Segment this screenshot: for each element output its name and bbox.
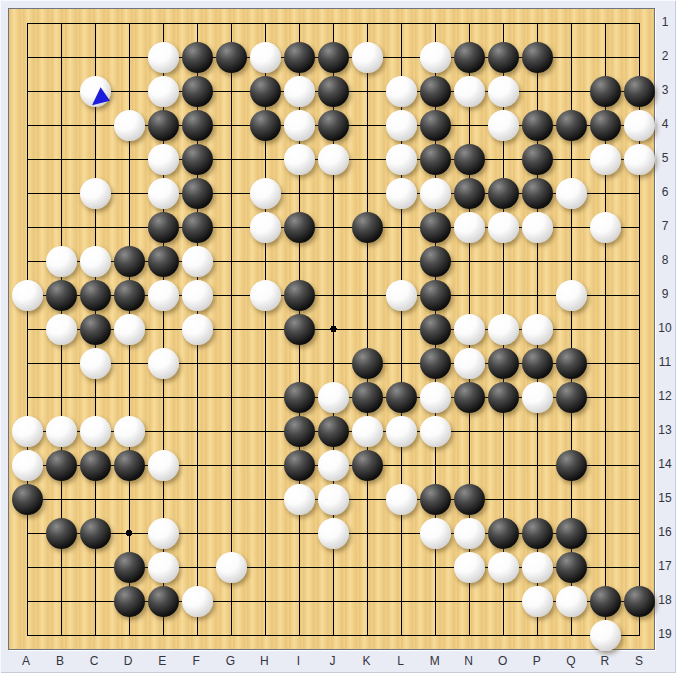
stone-C3 [80, 76, 111, 107]
stone-M4 [420, 110, 451, 141]
row-label-11: 11 [654, 355, 676, 369]
stone-S4 [624, 110, 655, 141]
stone-C16 [80, 518, 111, 549]
stone-S5 [624, 144, 655, 175]
stone-J13 [318, 416, 349, 447]
stone-F9 [182, 280, 213, 311]
column-label-A: A [16, 654, 36, 668]
row-label-17: 17 [654, 559, 676, 573]
stone-M15 [420, 484, 451, 515]
stone-J3 [318, 76, 349, 107]
stone-C10 [80, 314, 111, 345]
stone-K2 [352, 42, 383, 73]
column-label-F: F [186, 654, 206, 668]
stone-E4 [148, 110, 179, 141]
stone-M6 [420, 178, 451, 209]
stone-D10 [114, 314, 145, 345]
stone-I9 [284, 280, 315, 311]
stone-H7 [250, 212, 281, 243]
stone-Q14 [556, 450, 587, 481]
column-label-H: H [254, 654, 274, 668]
column-label-R: R [595, 654, 615, 668]
column-label-N: N [459, 654, 479, 668]
stone-J5 [318, 144, 349, 175]
stone-E17 [148, 552, 179, 583]
stone-P4 [522, 110, 553, 141]
row-label-13: 13 [654, 423, 676, 437]
stone-M3 [420, 76, 451, 107]
stone-L4 [386, 110, 417, 141]
stone-I13 [284, 416, 315, 447]
stone-M13 [420, 416, 451, 447]
stone-J14 [318, 450, 349, 481]
stone-I4 [284, 110, 315, 141]
row-label-1: 1 [654, 15, 676, 29]
row-label-7: 7 [654, 219, 676, 233]
stone-F18 [182, 586, 213, 617]
stone-O10 [488, 314, 519, 345]
row-label-10: 10 [654, 321, 676, 335]
stone-I15 [284, 484, 315, 515]
stone-N6 [454, 178, 485, 209]
row-label-19: 19 [654, 627, 676, 641]
stone-P10 [522, 314, 553, 345]
row-label-2: 2 [654, 49, 676, 63]
stone-I14 [284, 450, 315, 481]
column-label-K: K [357, 654, 377, 668]
row-label-5: 5 [654, 151, 676, 165]
column-label-L: L [391, 654, 411, 668]
stone-M9 [420, 280, 451, 311]
stone-N11 [454, 348, 485, 379]
stone-O12 [488, 382, 519, 413]
stone-D4 [114, 110, 145, 141]
stone-F4 [182, 110, 213, 141]
stone-B8 [46, 246, 77, 277]
stone-Q4 [556, 110, 587, 141]
stone-N16 [454, 518, 485, 549]
row-labels: 12345678910111213141516171819 [654, 0, 676, 652]
stone-R19 [590, 620, 621, 651]
stone-N2 [454, 42, 485, 73]
stone-D14 [114, 450, 145, 481]
stone-I3 [284, 76, 315, 107]
stone-R3 [590, 76, 621, 107]
stone-N3 [454, 76, 485, 107]
row-label-18: 18 [654, 593, 676, 607]
column-labels: ABCDEFGHIJKLMNOPQRS [0, 652, 676, 670]
stone-Q17 [556, 552, 587, 583]
stone-J16 [318, 518, 349, 549]
stone-O6 [488, 178, 519, 209]
star-point [330, 326, 336, 332]
stone-D18 [114, 586, 145, 617]
column-label-E: E [152, 654, 172, 668]
row-label-9: 9 [654, 287, 676, 301]
stone-P7 [522, 212, 553, 243]
stone-M12 [420, 382, 451, 413]
stone-A9 [12, 280, 43, 311]
stone-E16 [148, 518, 179, 549]
stone-J15 [318, 484, 349, 515]
stone-H3 [250, 76, 281, 107]
stone-D8 [114, 246, 145, 277]
stone-N12 [454, 382, 485, 413]
stone-B10 [46, 314, 77, 345]
stone-O3 [488, 76, 519, 107]
stone-C14 [80, 450, 111, 481]
stone-I7 [284, 212, 315, 243]
column-label-O: O [493, 654, 513, 668]
stone-O11 [488, 348, 519, 379]
stone-C11 [80, 348, 111, 379]
stone-K12 [352, 382, 383, 413]
row-label-3: 3 [654, 83, 676, 97]
stone-N15 [454, 484, 485, 515]
stone-L12 [386, 382, 417, 413]
stone-D9 [114, 280, 145, 311]
stone-S18 [624, 586, 655, 617]
stone-I5 [284, 144, 315, 175]
stone-P6 [522, 178, 553, 209]
stone-P16 [522, 518, 553, 549]
stone-D17 [114, 552, 145, 583]
row-label-8: 8 [654, 253, 676, 267]
stone-E18 [148, 586, 179, 617]
stone-F10 [182, 314, 213, 345]
stone-O2 [488, 42, 519, 73]
stone-Q11 [556, 348, 587, 379]
stone-K11 [352, 348, 383, 379]
stone-Q6 [556, 178, 587, 209]
stone-B16 [46, 518, 77, 549]
column-label-D: D [118, 654, 138, 668]
stone-L9 [386, 280, 417, 311]
column-label-P: P [527, 654, 547, 668]
stone-Q12 [556, 382, 587, 413]
stone-H4 [250, 110, 281, 141]
stone-E14 [148, 450, 179, 481]
stone-J4 [318, 110, 349, 141]
stone-R18 [590, 586, 621, 617]
stone-F2 [182, 42, 213, 73]
stone-O7 [488, 212, 519, 243]
stone-L13 [386, 416, 417, 447]
stone-P12 [522, 382, 553, 413]
stone-L6 [386, 178, 417, 209]
stone-E3 [148, 76, 179, 107]
column-label-G: G [220, 654, 240, 668]
stone-L15 [386, 484, 417, 515]
column-label-B: B [50, 654, 70, 668]
column-label-I: I [288, 654, 308, 668]
stone-C6 [80, 178, 111, 209]
stone-P5 [522, 144, 553, 175]
stone-P18 [522, 586, 553, 617]
stone-S3 [624, 76, 655, 107]
stone-K13 [352, 416, 383, 447]
stone-N7 [454, 212, 485, 243]
stone-P2 [522, 42, 553, 73]
stone-Q18 [556, 586, 587, 617]
row-label-16: 16 [654, 525, 676, 539]
stone-K7 [352, 212, 383, 243]
column-label-J: J [322, 654, 342, 668]
stone-F8 [182, 246, 213, 277]
stone-H6 [250, 178, 281, 209]
stone-B14 [46, 450, 77, 481]
stone-L5 [386, 144, 417, 175]
stone-R7 [590, 212, 621, 243]
stone-B13 [46, 416, 77, 447]
stone-J12 [318, 382, 349, 413]
stone-A13 [12, 416, 43, 447]
column-label-C: C [84, 654, 104, 668]
stone-E9 [148, 280, 179, 311]
stone-A14 [12, 450, 43, 481]
row-label-14: 14 [654, 457, 676, 471]
stone-E7 [148, 212, 179, 243]
row-label-6: 6 [654, 185, 676, 199]
stone-E11 [148, 348, 179, 379]
stone-R5 [590, 144, 621, 175]
stone-M16 [420, 518, 451, 549]
stone-C9 [80, 280, 111, 311]
stone-G2 [216, 42, 247, 73]
stone-F6 [182, 178, 213, 209]
stone-C8 [80, 246, 111, 277]
stone-B9 [46, 280, 77, 311]
row-label-12: 12 [654, 389, 676, 403]
stone-O16 [488, 518, 519, 549]
row-label-15: 15 [654, 491, 676, 505]
stone-C13 [80, 416, 111, 447]
stone-P11 [522, 348, 553, 379]
stone-K14 [352, 450, 383, 481]
stone-I10 [284, 314, 315, 345]
stone-E2 [148, 42, 179, 73]
stone-L3 [386, 76, 417, 107]
stone-F5 [182, 144, 213, 175]
stone-M5 [420, 144, 451, 175]
star-point [126, 530, 132, 536]
stone-M8 [420, 246, 451, 277]
stone-O17 [488, 552, 519, 583]
stone-P17 [522, 552, 553, 583]
stone-R4 [590, 110, 621, 141]
stone-O4 [488, 110, 519, 141]
stone-I12 [284, 382, 315, 413]
stone-E5 [148, 144, 179, 175]
stone-A15 [12, 484, 43, 515]
app-frame: ABCDEFGHIJKLMNOPQRS 12345678910111213141… [0, 0, 676, 673]
stone-F7 [182, 212, 213, 243]
stone-E6 [148, 178, 179, 209]
stone-G17 [216, 552, 247, 583]
column-label-M: M [425, 654, 445, 668]
stone-J2 [318, 42, 349, 73]
column-label-Q: Q [561, 654, 581, 668]
stone-F3 [182, 76, 213, 107]
stone-I2 [284, 42, 315, 73]
stone-N10 [454, 314, 485, 345]
stone-N17 [454, 552, 485, 583]
column-label-S: S [629, 654, 649, 668]
stone-N5 [454, 144, 485, 175]
stone-H2 [250, 42, 281, 73]
board-surface[interactable] [8, 8, 655, 650]
stone-Q16 [556, 518, 587, 549]
row-label-4: 4 [654, 117, 676, 131]
stone-D13 [114, 416, 145, 447]
stone-Q9 [556, 280, 587, 311]
stone-M7 [420, 212, 451, 243]
stone-M2 [420, 42, 451, 73]
stone-H9 [250, 280, 281, 311]
stone-M10 [420, 314, 451, 345]
stone-M11 [420, 348, 451, 379]
stone-E8 [148, 246, 179, 277]
